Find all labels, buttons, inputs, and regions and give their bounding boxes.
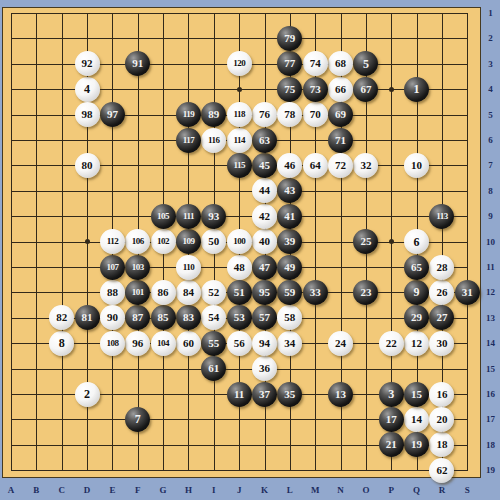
stone-number: 50 bbox=[208, 236, 219, 247]
stone-88-white: 88 bbox=[100, 280, 125, 305]
stone-number: 109 bbox=[182, 237, 194, 246]
stone-60-white: 60 bbox=[176, 331, 201, 356]
stone-81-black: 81 bbox=[75, 305, 100, 330]
stone-71-black: 71 bbox=[328, 128, 353, 153]
stone-9-black: 9 bbox=[404, 280, 429, 305]
stone-number: 28 bbox=[436, 261, 447, 272]
row-label-9: 9 bbox=[483, 212, 498, 221]
stone-100-white: 100 bbox=[227, 229, 252, 254]
stone-98-white: 98 bbox=[75, 102, 100, 127]
stone-number: 54 bbox=[208, 312, 219, 323]
stone-1-black: 1 bbox=[404, 77, 429, 102]
stone-number: 25 bbox=[360, 236, 371, 247]
stone-72-white: 72 bbox=[328, 153, 353, 178]
col-label-B: B bbox=[29, 486, 43, 495]
row-label-7: 7 bbox=[483, 161, 498, 170]
stone-84-white: 84 bbox=[176, 280, 201, 305]
stone-104-white: 104 bbox=[151, 331, 176, 356]
col-label-A: A bbox=[4, 486, 18, 495]
star-point-P4 bbox=[389, 87, 394, 92]
stone-80-white: 80 bbox=[75, 153, 100, 178]
stone-114-white: 114 bbox=[227, 128, 252, 153]
stone-number: 105 bbox=[157, 211, 169, 220]
stone-number: 51 bbox=[234, 286, 245, 297]
stone-number: 91 bbox=[132, 58, 143, 69]
stone-105-black: 105 bbox=[151, 204, 176, 229]
row-label-15: 15 bbox=[483, 365, 498, 374]
stone-33-black: 33 bbox=[303, 280, 328, 305]
stone-number: 82 bbox=[56, 312, 67, 323]
stone-number: 4 bbox=[84, 83, 90, 95]
stone-119-black: 119 bbox=[176, 102, 201, 127]
stone-56-white: 56 bbox=[227, 331, 252, 356]
stone-number: 20 bbox=[436, 413, 447, 424]
row-label-4: 4 bbox=[483, 85, 498, 94]
stone-22-white: 22 bbox=[379, 331, 404, 356]
stone-number: 1 bbox=[414, 83, 420, 95]
stone-number: 86 bbox=[158, 286, 169, 297]
col-label-K: K bbox=[258, 486, 272, 495]
stone-number: 114 bbox=[233, 135, 245, 144]
stone-7-black: 7 bbox=[125, 407, 150, 432]
col-label-O: O bbox=[359, 486, 373, 495]
stone-number: 7 bbox=[135, 413, 141, 425]
stone-number: 16 bbox=[436, 388, 447, 399]
stone-number: 61 bbox=[208, 363, 219, 374]
stone-number: 15 bbox=[411, 388, 422, 399]
stone-number: 56 bbox=[234, 337, 245, 348]
stone-number: 110 bbox=[183, 262, 195, 271]
stone-number: 39 bbox=[284, 236, 295, 247]
stone-number: 10 bbox=[411, 159, 422, 170]
stone-66-white: 66 bbox=[328, 77, 353, 102]
stone-number: 36 bbox=[259, 363, 270, 374]
stone-67-black: 67 bbox=[353, 77, 378, 102]
stone-number: 79 bbox=[284, 32, 295, 43]
stone-3-black: 3 bbox=[379, 382, 404, 407]
stone-number: 2 bbox=[84, 388, 90, 400]
stone-51-black: 51 bbox=[227, 280, 252, 305]
stone-number: 59 bbox=[284, 286, 295, 297]
stone-number: 44 bbox=[259, 185, 270, 196]
stone-76-white: 76 bbox=[252, 102, 277, 127]
stone-number: 3 bbox=[388, 388, 394, 400]
row-label-6: 6 bbox=[483, 136, 498, 145]
stone-number: 41 bbox=[284, 210, 295, 221]
stone-number: 118 bbox=[233, 110, 245, 119]
stone-number: 98 bbox=[82, 109, 93, 120]
stone-number: 58 bbox=[284, 312, 295, 323]
stone-number: 5 bbox=[363, 57, 369, 69]
stone-94-white: 94 bbox=[252, 331, 277, 356]
row-label-3: 3 bbox=[483, 60, 498, 69]
stone-109-black: 109 bbox=[176, 229, 201, 254]
stone-number: 92 bbox=[82, 58, 93, 69]
stone-14-white: 14 bbox=[404, 407, 429, 432]
stone-120-white: 120 bbox=[227, 51, 252, 76]
stone-number: 45 bbox=[259, 159, 270, 170]
stone-number: 103 bbox=[132, 262, 144, 271]
stone-102-white: 102 bbox=[151, 229, 176, 254]
grid-vline bbox=[36, 13, 37, 471]
stone-65-black: 65 bbox=[404, 255, 429, 280]
stone-number: 14 bbox=[411, 413, 422, 424]
stone-31-black: 31 bbox=[455, 280, 480, 305]
stone-70-white: 70 bbox=[303, 102, 328, 127]
stone-number: 46 bbox=[284, 159, 295, 170]
col-label-C: C bbox=[55, 486, 69, 495]
stone-number: 18 bbox=[436, 439, 447, 450]
stone-number: 97 bbox=[107, 109, 118, 120]
row-label-17: 17 bbox=[483, 415, 498, 424]
stone-16-white: 16 bbox=[429, 382, 454, 407]
stone-number: 115 bbox=[233, 160, 245, 169]
stone-number: 12 bbox=[411, 337, 422, 348]
stone-number: 112 bbox=[107, 237, 119, 246]
stone-number: 19 bbox=[411, 439, 422, 450]
stone-42-white: 42 bbox=[252, 204, 277, 229]
stone-number: 93 bbox=[208, 210, 219, 221]
stone-number: 30 bbox=[436, 337, 447, 348]
stone-37-black: 37 bbox=[252, 382, 277, 407]
stone-number: 8 bbox=[59, 337, 65, 349]
stone-63-black: 63 bbox=[252, 128, 277, 153]
stone-number: 116 bbox=[208, 135, 220, 144]
stone-64-white: 64 bbox=[303, 153, 328, 178]
row-label-16: 16 bbox=[483, 390, 498, 399]
row-label-19: 19 bbox=[483, 466, 498, 475]
row-label-1: 1 bbox=[483, 9, 498, 18]
col-label-F: F bbox=[131, 486, 145, 495]
stone-number: 53 bbox=[234, 312, 245, 323]
stone-number: 29 bbox=[411, 312, 422, 323]
stone-number: 21 bbox=[386, 439, 397, 450]
grid-vline bbox=[62, 13, 63, 471]
stone-number: 65 bbox=[411, 261, 422, 272]
stone-number: 64 bbox=[310, 159, 321, 170]
stone-75-black: 75 bbox=[277, 77, 302, 102]
stone-96-white: 96 bbox=[125, 331, 150, 356]
stone-number: 24 bbox=[335, 337, 346, 348]
col-label-S: S bbox=[460, 486, 474, 495]
stone-number: 89 bbox=[208, 109, 219, 120]
col-label-E: E bbox=[105, 486, 119, 495]
stone-97-black: 97 bbox=[100, 102, 125, 127]
stone-11-black: 11 bbox=[227, 382, 252, 407]
col-label-J: J bbox=[232, 486, 246, 495]
stone-number: 69 bbox=[335, 109, 346, 120]
stone-number: 83 bbox=[183, 312, 194, 323]
stone-113-black: 113 bbox=[429, 204, 454, 229]
grid-vline bbox=[11, 13, 12, 471]
stone-48-white: 48 bbox=[227, 255, 252, 280]
stone-number: 73 bbox=[310, 83, 321, 94]
stone-110-white: 110 bbox=[176, 255, 201, 280]
stone-number: 49 bbox=[284, 261, 295, 272]
stone-number: 88 bbox=[107, 286, 118, 297]
col-label-D: D bbox=[80, 486, 94, 495]
stone-number: 108 bbox=[106, 338, 118, 347]
stone-10-white: 10 bbox=[404, 153, 429, 178]
stone-4-white: 4 bbox=[75, 77, 100, 102]
stone-number: 70 bbox=[310, 109, 321, 120]
stone-number: 22 bbox=[386, 337, 397, 348]
stone-number: 111 bbox=[183, 211, 194, 220]
stone-40-white: 40 bbox=[252, 229, 277, 254]
row-label-12: 12 bbox=[483, 288, 498, 297]
stone-number: 84 bbox=[183, 286, 194, 297]
stone-28-white: 28 bbox=[429, 255, 454, 280]
stone-number: 32 bbox=[360, 159, 371, 170]
stone-number: 34 bbox=[284, 337, 295, 348]
stone-number: 90 bbox=[107, 312, 118, 323]
stone-number: 87 bbox=[132, 312, 143, 323]
stone-number: 66 bbox=[335, 83, 346, 94]
stone-118-white: 118 bbox=[227, 102, 252, 127]
stone-36-white: 36 bbox=[252, 356, 277, 381]
stone-62-white: 62 bbox=[429, 458, 454, 483]
stone-73-black: 73 bbox=[303, 77, 328, 102]
stone-number: 113 bbox=[436, 211, 448, 220]
stone-101-black: 101 bbox=[125, 280, 150, 305]
stone-8-white: 8 bbox=[49, 331, 74, 356]
stone-74-white: 74 bbox=[303, 51, 328, 76]
stone-number: 94 bbox=[259, 337, 270, 348]
row-label-2: 2 bbox=[483, 34, 498, 43]
stone-55-black: 55 bbox=[201, 331, 226, 356]
stone-116-white: 116 bbox=[201, 128, 226, 153]
stone-number: 37 bbox=[259, 388, 270, 399]
stone-107-black: 107 bbox=[100, 255, 125, 280]
star-point-J4 bbox=[237, 87, 242, 92]
stone-number: 101 bbox=[132, 287, 144, 296]
star-point-P10 bbox=[389, 239, 394, 244]
stone-number: 26 bbox=[436, 286, 447, 297]
stone-number: 52 bbox=[208, 286, 219, 297]
row-label-18: 18 bbox=[483, 441, 498, 450]
stone-number: 78 bbox=[284, 109, 295, 120]
stone-103-black: 103 bbox=[125, 255, 150, 280]
stone-number: 23 bbox=[360, 286, 371, 297]
stone-86-white: 86 bbox=[151, 280, 176, 305]
stone-number: 35 bbox=[284, 388, 295, 399]
stone-number: 75 bbox=[284, 83, 295, 94]
stone-13-black: 13 bbox=[328, 382, 353, 407]
stone-number: 9 bbox=[414, 286, 420, 298]
stone-number: 117 bbox=[183, 135, 195, 144]
stone-24-white: 24 bbox=[328, 331, 353, 356]
stone-number: 104 bbox=[157, 338, 169, 347]
stone-49-black: 49 bbox=[277, 255, 302, 280]
stone-number: 96 bbox=[132, 337, 143, 348]
stone-12-white: 12 bbox=[404, 331, 429, 356]
go-diagram-frame: 1234567891011121314151617181920212223242… bbox=[0, 0, 500, 500]
row-label-13: 13 bbox=[483, 314, 498, 323]
stone-number: 68 bbox=[335, 58, 346, 69]
col-label-R: R bbox=[435, 486, 449, 495]
stone-34-white: 34 bbox=[277, 331, 302, 356]
col-label-I: I bbox=[207, 486, 221, 495]
col-label-H: H bbox=[181, 486, 195, 495]
stone-93-black: 93 bbox=[201, 204, 226, 229]
col-label-M: M bbox=[308, 486, 322, 495]
stone-number: 80 bbox=[82, 159, 93, 170]
stone-35-black: 35 bbox=[277, 382, 302, 407]
stone-number: 102 bbox=[157, 237, 169, 246]
stone-17-black: 17 bbox=[379, 407, 404, 432]
stone-number: 40 bbox=[259, 236, 270, 247]
stone-number: 100 bbox=[233, 237, 245, 246]
stone-number: 74 bbox=[310, 58, 321, 69]
stone-117-black: 117 bbox=[176, 128, 201, 153]
star-point-D10 bbox=[85, 239, 90, 244]
stone-number: 48 bbox=[234, 261, 245, 272]
stone-number: 27 bbox=[436, 312, 447, 323]
stone-number: 63 bbox=[259, 134, 270, 145]
stone-92-white: 92 bbox=[75, 51, 100, 76]
stone-15-black: 15 bbox=[404, 382, 429, 407]
stone-2-white: 2 bbox=[75, 382, 100, 407]
row-label-8: 8 bbox=[483, 187, 498, 196]
row-label-10: 10 bbox=[483, 238, 498, 247]
stone-45-black: 45 bbox=[252, 153, 277, 178]
stone-number: 42 bbox=[259, 210, 270, 221]
stone-115-black: 115 bbox=[227, 153, 252, 178]
stone-number: 33 bbox=[310, 286, 321, 297]
stone-number: 6 bbox=[414, 235, 420, 247]
stone-69-black: 69 bbox=[328, 102, 353, 127]
stone-number: 76 bbox=[259, 109, 270, 120]
stone-95-black: 95 bbox=[252, 280, 277, 305]
stone-47-black: 47 bbox=[252, 255, 277, 280]
stone-number: 31 bbox=[462, 286, 473, 297]
grid-vline bbox=[467, 13, 468, 471]
col-label-N: N bbox=[334, 486, 348, 495]
col-label-Q: Q bbox=[410, 486, 424, 495]
row-label-14: 14 bbox=[483, 339, 498, 348]
stone-number: 81 bbox=[82, 312, 93, 323]
stone-number: 47 bbox=[259, 261, 270, 272]
stone-41-black: 41 bbox=[277, 204, 302, 229]
stone-number: 85 bbox=[158, 312, 169, 323]
stone-number: 62 bbox=[436, 464, 447, 475]
col-label-G: G bbox=[156, 486, 170, 495]
stone-21-black: 21 bbox=[379, 432, 404, 457]
stone-number: 95 bbox=[259, 286, 270, 297]
stone-number: 13 bbox=[335, 388, 346, 399]
stone-number: 119 bbox=[183, 110, 195, 119]
stone-number: 57 bbox=[259, 312, 270, 323]
stone-number: 11 bbox=[234, 388, 244, 399]
stone-number: 120 bbox=[233, 59, 245, 68]
stone-number: 60 bbox=[183, 337, 194, 348]
stone-85-black: 85 bbox=[151, 305, 176, 330]
col-label-L: L bbox=[283, 486, 297, 495]
stone-30-white: 30 bbox=[429, 331, 454, 356]
row-label-5: 5 bbox=[483, 111, 498, 120]
stone-112-white: 112 bbox=[100, 229, 125, 254]
stone-number: 72 bbox=[335, 159, 346, 170]
stone-number: 106 bbox=[132, 237, 144, 246]
stone-number: 17 bbox=[386, 413, 397, 424]
col-label-P: P bbox=[384, 486, 398, 495]
stone-108-white: 108 bbox=[100, 331, 125, 356]
stone-number: 43 bbox=[284, 185, 295, 196]
stone-number: 67 bbox=[360, 83, 371, 94]
stone-number: 71 bbox=[335, 134, 346, 145]
row-label-11: 11 bbox=[483, 263, 498, 272]
stone-53-black: 53 bbox=[227, 305, 252, 330]
stone-number: 107 bbox=[106, 262, 118, 271]
stone-number: 55 bbox=[208, 337, 219, 348]
stone-number: 77 bbox=[284, 58, 295, 69]
stone-111-black: 111 bbox=[176, 204, 201, 229]
